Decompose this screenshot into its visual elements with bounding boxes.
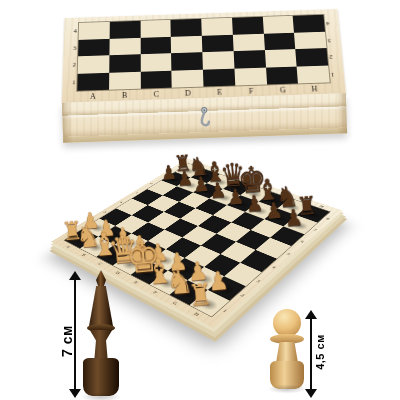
closed-board-square-h2	[295, 48, 328, 66]
closed-board-square-c2	[140, 53, 171, 71]
closed-board-square-f3	[233, 33, 265, 51]
closed-board-rank-label: 4	[323, 14, 339, 31]
closed-board-square-f2	[233, 50, 265, 68]
king-waist	[87, 330, 115, 360]
closed-board-square-b2	[109, 54, 140, 72]
closed-board-rank-label: 1	[62, 73, 77, 91]
closed-board-square-d2	[171, 52, 203, 70]
closed-board-border	[330, 82, 346, 94]
closed-board-square-e1	[203, 68, 235, 86]
pawn-height-label: 4,5 см	[314, 327, 328, 377]
king-finial	[96, 270, 106, 288]
closed-board-square-g2	[264, 49, 296, 67]
piece-shadow	[101, 249, 124, 262]
closed-board-square-c4	[140, 20, 171, 38]
product-photo: 44332211ABCDEFGH ABCDEFGH8♜♞♝♛♚♝♞♜87	[0, 0, 400, 400]
closed-board-rank-label: 4	[64, 23, 79, 40]
closed-board-grid: 44332211ABCDEFGH	[62, 9, 346, 103]
pawn-base	[270, 361, 304, 389]
closed-board-square-h1	[297, 65, 330, 83]
closed-board-square-b1	[109, 71, 141, 89]
closed-board-square-e4	[201, 18, 232, 36]
closed-board-square-c1	[140, 70, 172, 88]
arrow-down-icon	[69, 389, 81, 398]
closed-board-border	[62, 91, 77, 103]
closed-board-square-e3	[202, 34, 234, 52]
closed-board-square-a3	[78, 38, 109, 56]
pawn-body	[276, 342, 298, 363]
closed-board-square-a4	[79, 22, 110, 40]
king-height-label: 7 см	[59, 311, 75, 371]
piece-shadow	[282, 202, 304, 213]
king-base	[83, 358, 119, 396]
closed-board-square-g4	[262, 16, 294, 34]
closed-board-rank-label: 1	[328, 65, 345, 83]
pawn-head	[273, 309, 301, 337]
closed-board-square-d3	[171, 35, 202, 53]
closed-box-top-surface: 44332211ABCDEFGH	[62, 9, 346, 103]
closed-board-square-f1	[234, 67, 266, 85]
closed-board-square-a1	[77, 72, 109, 90]
king-crown-cone	[89, 286, 113, 326]
closed-board-square-c3	[140, 36, 171, 54]
closed-board-square-b4	[109, 21, 140, 39]
closed-board-square-b3	[109, 37, 140, 55]
arrow-down-icon	[305, 389, 317, 398]
piece-shadow	[88, 222, 109, 233]
closed-board-square-g1	[266, 66, 299, 84]
closed-board-square-d4	[171, 19, 202, 37]
light-pawn-figure	[269, 309, 305, 389]
closed-board-square-h4	[293, 15, 325, 33]
closed-board-square-a2	[78, 55, 110, 73]
closed-board-square-d1	[172, 69, 204, 87]
piece-shadow	[70, 233, 92, 245]
closed-board-rank-label: 2	[327, 48, 343, 66]
dark-king-figure	[82, 270, 120, 397]
closed-board-rank-label: 3	[63, 39, 78, 56]
closed-board-square-f4	[232, 17, 264, 35]
closed-board-square-h3	[294, 31, 326, 49]
closed-board-square-g3	[263, 32, 295, 50]
closed-board-rank-label: 3	[325, 31, 341, 48]
closed-board-rank-label: 2	[63, 56, 78, 74]
piece-shadow	[289, 219, 312, 231]
piece-shadow	[136, 245, 159, 258]
closed-board-square-e2	[202, 51, 234, 69]
